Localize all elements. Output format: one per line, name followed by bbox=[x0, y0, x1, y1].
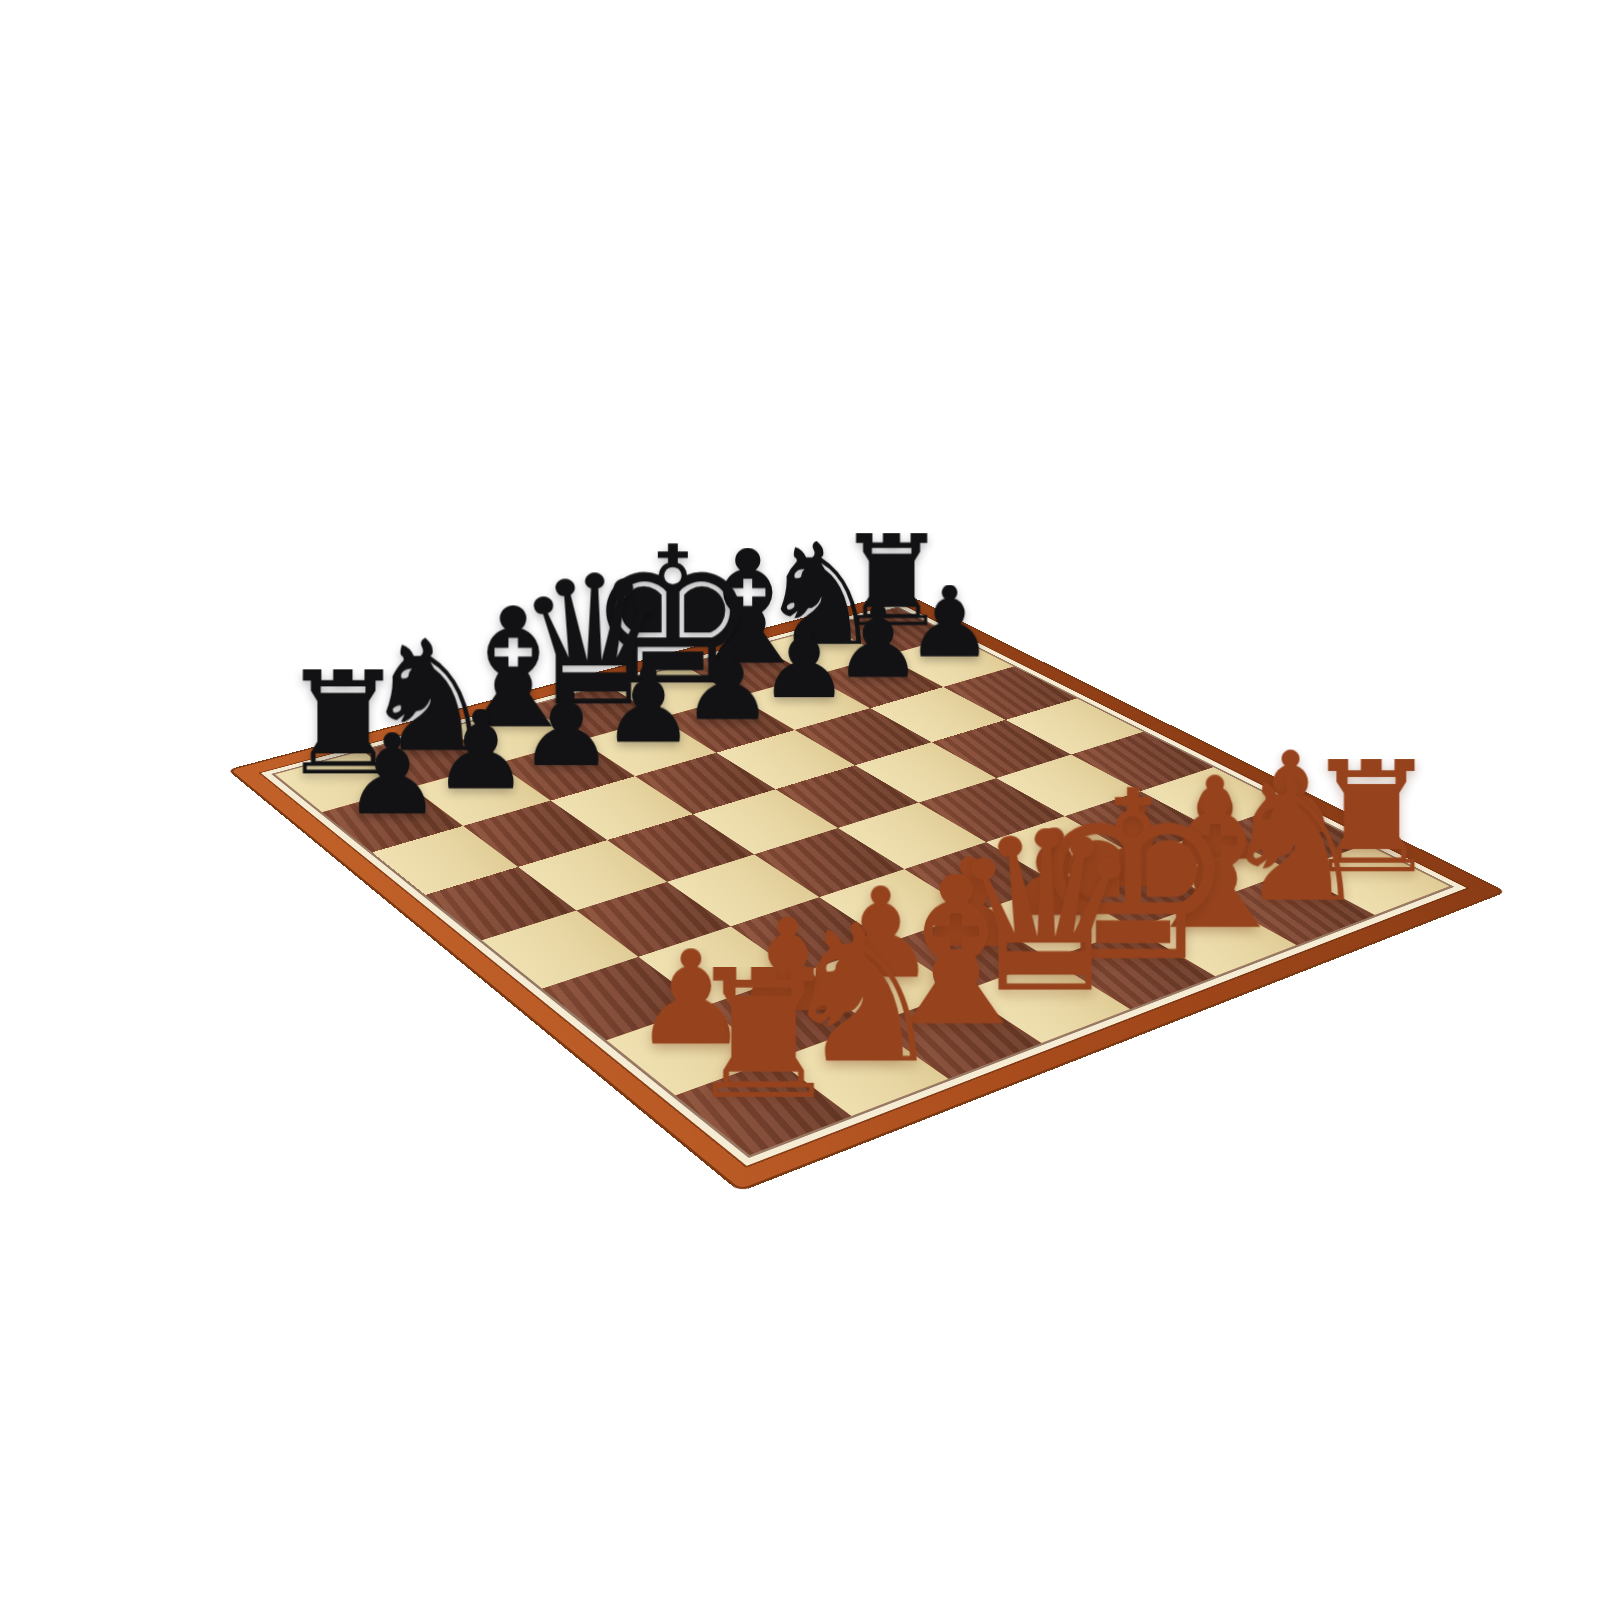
black-rook-h8: ♜ bbox=[780, 533, 1002, 632]
photo-background: ♜♞♝♛♚♝♞♜♟♟♟♟♟♟♟♟♟♟♟♟♟♟♟♟♜♞♝♛♚♝♞♜ bbox=[0, 0, 1600, 1600]
square-g1: ♞ bbox=[1215, 871, 1375, 945]
board-field: ♜♞♝♛♚♝♞♜♟♟♟♟♟♟♟♟♟♟♟♟♟♟♟♟♜♞♝♛♚♝♞♜ bbox=[275, 608, 1450, 1155]
square-a1: ♜ bbox=[676, 1059, 852, 1155]
product-photo-scene: ♜♞♝♛♚♝♞♜♟♟♟♟♟♟♟♟♟♟♟♟♟♟♟♟♜♞♝♛♚♝♞♜ bbox=[0, 0, 1600, 1600]
black-knight-g8: ♞ bbox=[708, 541, 934, 651]
square-h2: ♟ bbox=[1214, 805, 1366, 872]
chess-board: ♜♞♝♛♚♝♞♜♟♟♟♟♟♟♟♟♟♟♟♟♟♟♟♟♜♞♝♛♚♝♞♜ bbox=[227, 592, 1507, 1192]
